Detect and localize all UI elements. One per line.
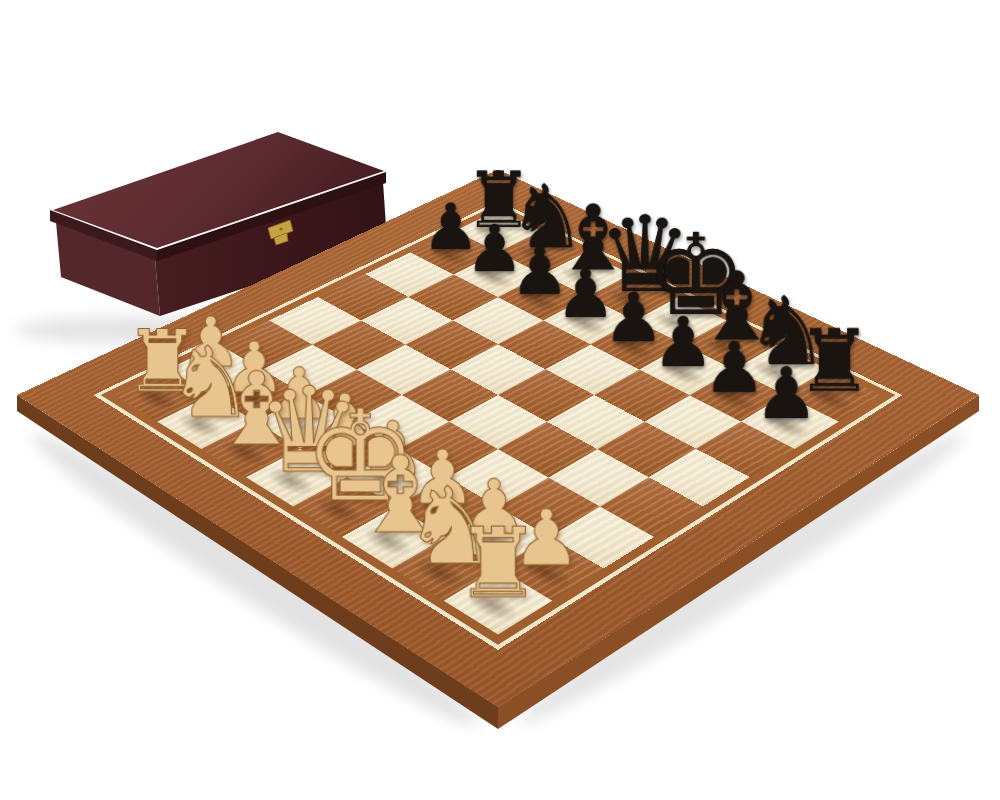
white-rook[interactable]: ♜ <box>455 514 531 611</box>
square-h1[interactable]: ♜ <box>444 568 552 634</box>
square-e5[interactable] <box>498 369 594 421</box>
black-pawn[interactable]: ♟ <box>752 358 821 429</box>
scene: ♜♞♝♛♚♝♞♜♟♟♟♟♟♟♟♟♟♟♟♟♟♟♟♟♜♞♝♛♚♝♞♜ <box>0 0 1000 800</box>
